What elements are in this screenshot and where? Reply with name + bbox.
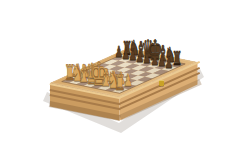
chess-set-product-photo: ♜♞♝♛♚♝♞♜♟♟♟♟♟♟♟♟♟♟♟♟♟♟♟♟♜♞♝♛♚♝♞♜ [0, 0, 240, 150]
brass-latch-icon [159, 80, 164, 86]
